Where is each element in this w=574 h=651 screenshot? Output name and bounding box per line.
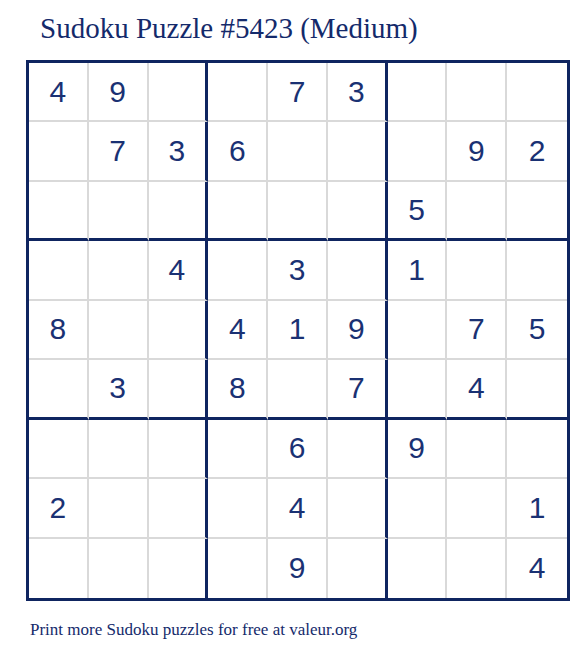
cell-r1c4 (208, 63, 268, 122)
cell-r4c3: 4 (149, 241, 209, 300)
cell-r6c8: 4 (447, 360, 507, 419)
footer-note: Print more Sudoku puzzles for free at va… (30, 620, 357, 640)
cell-r9c6 (328, 539, 388, 598)
cell-r3c4 (208, 182, 268, 241)
cell-r9c9: 4 (507, 539, 567, 598)
cell-r8c4 (208, 479, 268, 538)
cell-r7c7: 9 (388, 420, 448, 479)
page-title: Sudoku Puzzle #5423 (Medium) (40, 12, 418, 45)
cell-r8c6 (328, 479, 388, 538)
cell-r7c5: 6 (268, 420, 328, 479)
cell-r8c8 (447, 479, 507, 538)
cell-r4c8 (447, 241, 507, 300)
cell-r6c1 (29, 360, 89, 419)
cell-r4c2 (89, 241, 149, 300)
cell-r1c5: 7 (268, 63, 328, 122)
cell-r7c6 (328, 420, 388, 479)
cell-r3c5 (268, 182, 328, 241)
cell-r2c1 (29, 122, 89, 181)
cell-r5c6: 9 (328, 301, 388, 360)
cell-r4c5: 3 (268, 241, 328, 300)
cell-r5c7 (388, 301, 448, 360)
cell-r4c9 (507, 241, 567, 300)
cell-r6c6: 7 (328, 360, 388, 419)
cell-r1c2: 9 (89, 63, 149, 122)
sudoku-grid: 497373692543184197538746924194 (26, 60, 570, 601)
cell-r7c2 (89, 420, 149, 479)
cell-r5c5: 1 (268, 301, 328, 360)
cell-r2c2: 7 (89, 122, 149, 181)
cell-r2c6 (328, 122, 388, 181)
cell-r8c3 (149, 479, 209, 538)
cell-r7c8 (447, 420, 507, 479)
cell-r9c3 (149, 539, 209, 598)
cell-r7c9 (507, 420, 567, 479)
cell-r7c3 (149, 420, 209, 479)
cell-r9c1 (29, 539, 89, 598)
cell-r3c2 (89, 182, 149, 241)
cell-r8c2 (89, 479, 149, 538)
cell-r6c2: 3 (89, 360, 149, 419)
cell-r1c3 (149, 63, 209, 122)
cell-r8c5: 4 (268, 479, 328, 538)
cell-r8c7 (388, 479, 448, 538)
cell-r6c4: 8 (208, 360, 268, 419)
cell-r1c9 (507, 63, 567, 122)
cell-r1c8 (447, 63, 507, 122)
cell-r4c4 (208, 241, 268, 300)
cell-r6c5 (268, 360, 328, 419)
cell-r1c7 (388, 63, 448, 122)
cell-r9c2 (89, 539, 149, 598)
cell-r3c6 (328, 182, 388, 241)
cell-r8c1: 2 (29, 479, 89, 538)
cell-r9c5: 9 (268, 539, 328, 598)
cell-r3c9 (507, 182, 567, 241)
cell-r8c9: 1 (507, 479, 567, 538)
cell-r9c8 (447, 539, 507, 598)
cell-r3c7: 5 (388, 182, 448, 241)
cell-r9c7 (388, 539, 448, 598)
cell-r2c5 (268, 122, 328, 181)
cell-r6c3 (149, 360, 209, 419)
cell-r5c8: 7 (447, 301, 507, 360)
cell-r4c6 (328, 241, 388, 300)
cell-r6c9 (507, 360, 567, 419)
cell-r4c7: 1 (388, 241, 448, 300)
cell-r3c1 (29, 182, 89, 241)
cell-r5c1: 8 (29, 301, 89, 360)
cell-r6c7 (388, 360, 448, 419)
cell-r5c4: 4 (208, 301, 268, 360)
cell-r4c1 (29, 241, 89, 300)
cell-r5c2 (89, 301, 149, 360)
cell-r3c8 (447, 182, 507, 241)
cell-r1c6: 3 (328, 63, 388, 122)
cell-r5c3 (149, 301, 209, 360)
cell-r7c1 (29, 420, 89, 479)
cell-r7c4 (208, 420, 268, 479)
cell-r2c3: 3 (149, 122, 209, 181)
cell-r9c4 (208, 539, 268, 598)
cell-r1c1: 4 (29, 63, 89, 122)
cell-r3c3 (149, 182, 209, 241)
cell-r2c4: 6 (208, 122, 268, 181)
cell-r2c8: 9 (447, 122, 507, 181)
cell-r5c9: 5 (507, 301, 567, 360)
cell-r2c7 (388, 122, 448, 181)
cell-r2c9: 2 (507, 122, 567, 181)
